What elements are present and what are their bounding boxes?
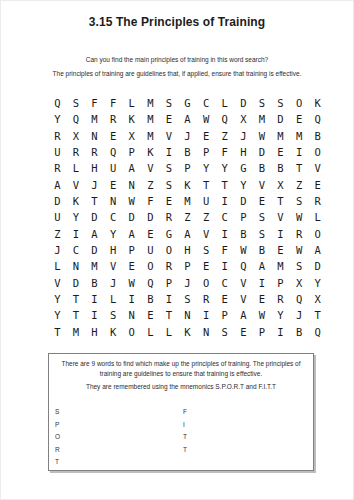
grid-cell-r14c7: T <box>160 307 179 323</box>
grid-cell-r3c10: Z <box>215 128 234 144</box>
grid-cell-r7c14: S <box>290 193 309 209</box>
grid-cell-r12c14: X <box>290 275 309 291</box>
sport-letter-o: O <box>55 431 60 444</box>
grid-cell-r1c13: S <box>271 95 290 111</box>
grid-cell-r9c12: S <box>253 226 272 242</box>
grid-cell-r5c12: B <box>253 160 272 176</box>
grid-cell-r6c12: V <box>253 177 272 193</box>
grid-cell-r10c6: U <box>141 242 160 258</box>
grid-cell-r8c2: Y <box>67 209 86 225</box>
grid-cell-r15c7: L <box>160 324 179 340</box>
grid-cell-r10c13: E <box>271 242 290 258</box>
grid-cell-r11c13: M <box>271 258 290 274</box>
grid-cell-r13c12: E <box>253 291 272 307</box>
grid-cell-r7c3: T <box>85 193 104 209</box>
grid-cell-r15c3: H <box>85 324 104 340</box>
grid-cell-r7c12: E <box>253 193 272 209</box>
grid-cell-r14c13: Y <box>271 307 290 323</box>
grid-cell-r13c11: V <box>234 291 253 307</box>
grid-cell-r8c7: R <box>160 209 179 225</box>
grid-cell-r3c9: E <box>197 128 216 144</box>
grid-cell-r6c11: Y <box>234 177 253 193</box>
grid-cell-r3c13: M <box>271 128 290 144</box>
grid-cell-r8c11: P <box>234 209 253 225</box>
grid-cell-r5c2: L <box>67 160 86 176</box>
grid-cell-r8c14: W <box>290 209 309 225</box>
grid-cell-r14c12: W <box>253 307 272 323</box>
fitt-letter-column: F I T T <box>183 406 187 456</box>
grid-cell-r3c1: R <box>48 128 67 144</box>
grid-cell-r11c8: P <box>178 258 197 274</box>
intro-line-1: Can you find the main principles of trai… <box>1 56 353 63</box>
grid-cell-r7c2: K <box>67 193 86 209</box>
grid-cell-r5c10: Y <box>215 160 234 176</box>
grid-cell-r1c8: G <box>178 95 197 111</box>
grid-cell-r5c7: S <box>160 160 179 176</box>
grid-cell-r1c7: S <box>160 95 179 111</box>
fitt-letter-t2: T <box>183 444 187 457</box>
grid-cell-r4c9: P <box>197 144 216 160</box>
grid-cell-r7c15: R <box>308 193 327 209</box>
grid-cell-r2c11: X <box>234 111 253 127</box>
grid-cell-r12c2: D <box>67 275 86 291</box>
grid-cell-r9c4: Y <box>104 226 123 242</box>
grid-cell-r9c13: I <box>271 226 290 242</box>
mnemonic-line: They are remembered using the mnemonics … <box>57 383 305 390</box>
grid-cell-r4c1: U <box>48 144 67 160</box>
intro-line-2: The principles of training are guideline… <box>1 70 353 77</box>
grid-cell-r15c5: O <box>122 324 141 340</box>
grid-cell-r5c15: V <box>308 160 327 176</box>
grid-cell-r15c8: K <box>178 324 197 340</box>
grid-cell-r3c14: M <box>290 128 309 144</box>
grid-cell-r8c9: Z <box>197 209 216 225</box>
page-title: 3.15 The Principles of Training <box>1 15 353 29</box>
grid-cell-r11c4: V <box>104 258 123 274</box>
grid-cell-r11c15: D <box>308 258 327 274</box>
grid-cell-r6c10: T <box>215 177 234 193</box>
grid-cell-r10c2: C <box>67 242 86 258</box>
grid-cell-r5c4: U <box>104 160 123 176</box>
fitt-letter-f: F <box>183 406 187 419</box>
grid-cell-r10c15: A <box>308 242 327 258</box>
grid-cell-r13c8: S <box>178 291 197 307</box>
grid-cell-r10c10: F <box>215 242 234 258</box>
grid-cell-r1c6: M <box>141 95 160 111</box>
grid-cell-r13c7: I <box>160 291 179 307</box>
grid-cell-r12c5: W <box>122 275 141 291</box>
grid-cell-r5c6: V <box>141 160 160 176</box>
grid-cell-r7c5: W <box>122 193 141 209</box>
grid-cell-r5c14: T <box>290 160 309 176</box>
grid-cell-r1c12: S <box>253 95 272 111</box>
grid-cell-r12c13: P <box>271 275 290 291</box>
grid-cell-r9c5: A <box>122 226 141 242</box>
grid-cell-r10c9: S <box>197 242 216 258</box>
grid-cell-r7c11: D <box>234 193 253 209</box>
grid-cell-r8c15: L <box>308 209 327 225</box>
grid-cell-r4c3: R <box>85 144 104 160</box>
grid-cell-r2c3: M <box>85 111 104 127</box>
grid-cell-r3c4: E <box>104 128 123 144</box>
grid-cell-r13c9: R <box>197 291 216 307</box>
grid-cell-r6c8: K <box>178 177 197 193</box>
grid-cell-r13c14: Q <box>290 291 309 307</box>
grid-cell-r5c9: Y <box>197 160 216 176</box>
grid-cell-r14c9: I <box>197 307 216 323</box>
instructions-paragraph: There are 9 words to find which make up … <box>57 359 305 379</box>
grid-cell-r13c15: X <box>308 291 327 307</box>
grid-cell-r1c11: D <box>234 95 253 111</box>
grid-cell-r8c5: D <box>122 209 141 225</box>
grid-cell-r8c12: S <box>253 209 272 225</box>
grid-cell-r2c10: Q <box>215 111 234 127</box>
grid-cell-r15c4: K <box>104 324 123 340</box>
grid-cell-r12c9: O <box>197 275 216 291</box>
grid-cell-r13c6: B <box>141 291 160 307</box>
grid-cell-r1c14: O <box>290 95 309 111</box>
grid-cell-r7c4: N <box>104 193 123 209</box>
grid-cell-r2c7: E <box>160 111 179 127</box>
grid-cell-r11c5: E <box>122 258 141 274</box>
grid-cell-r12c8: J <box>178 275 197 291</box>
grid-cell-r4c13: E <box>271 144 290 160</box>
grid-cell-r9c6: E <box>141 226 160 242</box>
grid-cell-r13c10: E <box>215 291 234 307</box>
grid-cell-r2c13: D <box>271 111 290 127</box>
grid-cell-r9c10: I <box>215 226 234 242</box>
grid-cell-r6c5: N <box>122 177 141 193</box>
word-search-grid: QSFFLMSGCLDSSOKYQMRKMEAWQXMDEQRXNEXMVJEZ… <box>48 95 327 340</box>
grid-cell-r3c3: N <box>85 128 104 144</box>
grid-cell-r1c4: F <box>104 95 123 111</box>
sport-letter-column: S P O R T <box>55 406 60 469</box>
grid-cell-r4c14: I <box>290 144 309 160</box>
worksheet-page: 3.15 The Principles of Training Can you … <box>0 0 354 500</box>
grid-cell-r10c3: D <box>85 242 104 258</box>
grid-cell-r6c2: V <box>67 177 86 193</box>
grid-cell-r2c15: Q <box>308 111 327 127</box>
grid-cell-r7c6: F <box>141 193 160 209</box>
grid-cell-r11c14: S <box>290 258 309 274</box>
grid-cell-r9c9: V <box>197 226 216 242</box>
grid-cell-r10c4: H <box>104 242 123 258</box>
grid-cell-r5c3: H <box>85 160 104 176</box>
grid-cell-r11c11: Q <box>234 258 253 274</box>
grid-cell-r12c7: P <box>160 275 179 291</box>
grid-cell-r1c3: F <box>85 95 104 111</box>
grid-cell-r2c6: M <box>141 111 160 127</box>
grid-cell-r5c11: G <box>234 160 253 176</box>
grid-cell-r10c8: H <box>178 242 197 258</box>
grid-cell-r15c1: T <box>48 324 67 340</box>
grid-cell-r12c3: B <box>85 275 104 291</box>
grid-cell-r11c9: E <box>197 258 216 274</box>
grid-cell-r10c11: W <box>234 242 253 258</box>
grid-cell-r7c9: U <box>197 193 216 209</box>
fitt-letter-t1: T <box>183 431 187 444</box>
grid-cell-r9c3: A <box>85 226 104 242</box>
grid-cell-r8c13: V <box>271 209 290 225</box>
grid-cell-r8c6: D <box>141 209 160 225</box>
grid-cell-r15c10: S <box>215 324 234 340</box>
grid-cell-r14c3: I <box>85 307 104 323</box>
grid-cell-r6c14: Z <box>290 177 309 193</box>
grid-cell-r9c15: O <box>308 226 327 242</box>
grid-cell-r1c5: L <box>122 95 141 111</box>
grid-cell-r1c2: S <box>67 95 86 111</box>
sport-letter-r: R <box>55 444 60 457</box>
grid-cell-r14c14: J <box>290 307 309 323</box>
grid-cell-r10c7: O <box>160 242 179 258</box>
grid-cell-r1c10: L <box>215 95 234 111</box>
grid-cell-r3c8: J <box>178 128 197 144</box>
grid-cell-r2c12: M <box>253 111 272 127</box>
grid-cell-r9c11: B <box>234 226 253 242</box>
grid-cell-r3c6: M <box>141 128 160 144</box>
grid-cell-r3c2: X <box>67 128 86 144</box>
grid-cell-r3c15: B <box>308 128 327 144</box>
grid-cell-r14c11: A <box>234 307 253 323</box>
grid-cell-r14c6: E <box>141 307 160 323</box>
grid-cell-r2c8: A <box>178 111 197 127</box>
grid-cell-r2c4: R <box>104 111 123 127</box>
grid-cell-r4c12: D <box>253 144 272 160</box>
grid-cell-r14c2: T <box>67 307 86 323</box>
grid-cell-r6c13: X <box>271 177 290 193</box>
grid-cell-r4c10: F <box>215 144 234 160</box>
grid-cell-r15c12: P <box>253 324 272 340</box>
grid-cell-r5c13: B <box>271 160 290 176</box>
grid-cell-r10c5: P <box>122 242 141 258</box>
sport-letter-s: S <box>55 406 60 419</box>
grid-cell-r12c15: Y <box>308 275 327 291</box>
grid-cell-r3c12: W <box>253 128 272 144</box>
grid-cell-r4c5: P <box>122 144 141 160</box>
grid-cell-r9c1: Z <box>48 226 67 242</box>
grid-cell-r4c8: B <box>178 144 197 160</box>
grid-cell-r14c4: S <box>104 307 123 323</box>
grid-cell-r13c2: T <box>67 291 86 307</box>
grid-cell-r15c14: B <box>290 324 309 340</box>
grid-cell-r3c11: J <box>234 128 253 144</box>
grid-cell-r4c6: K <box>141 144 160 160</box>
grid-cell-r14c8: N <box>178 307 197 323</box>
grid-cell-r9c8: A <box>178 226 197 242</box>
grid-cell-r13c4: L <box>104 291 123 307</box>
sport-letter-p: P <box>55 419 60 432</box>
grid-cell-r11c2: N <box>67 258 86 274</box>
grid-cell-r3c5: X <box>122 128 141 144</box>
grid-cell-r4c15: O <box>308 144 327 160</box>
grid-cell-r12c10: C <box>215 275 234 291</box>
grid-cell-r13c5: I <box>122 291 141 307</box>
grid-cell-r6c9: T <box>197 177 216 193</box>
grid-cell-r14c15: T <box>308 307 327 323</box>
grid-cell-r14c5: N <box>122 307 141 323</box>
grid-cell-r2c1: Y <box>48 111 67 127</box>
grid-cell-r9c14: R <box>290 226 309 242</box>
grid-cell-r3c7: V <box>160 128 179 144</box>
grid-cell-r5c8: P <box>178 160 197 176</box>
grid-cell-r11c10: I <box>215 258 234 274</box>
grid-cell-r5c5: A <box>122 160 141 176</box>
grid-cell-r8c1: U <box>48 209 67 225</box>
grid-cell-r7c1: D <box>48 193 67 209</box>
grid-cell-r10c12: B <box>253 242 272 258</box>
fitt-letter-i: I <box>183 419 187 432</box>
grid-cell-r8c4: C <box>104 209 123 225</box>
grid-cell-r6c7: S <box>160 177 179 193</box>
grid-cell-r5c1: R <box>48 160 67 176</box>
grid-cell-r12c12: I <box>253 275 272 291</box>
grid-cell-r7c13: T <box>271 193 290 209</box>
grid-cell-r15c9: N <box>197 324 216 340</box>
grid-cell-r6c1: A <box>48 177 67 193</box>
grid-cell-r7c7: E <box>160 193 179 209</box>
grid-cell-r15c13: I <box>271 324 290 340</box>
grid-cell-r4c4: Q <box>104 144 123 160</box>
grid-cell-r13c13: R <box>271 291 290 307</box>
grid-cell-r6c3: J <box>85 177 104 193</box>
grid-cell-r13c3: I <box>85 291 104 307</box>
grid-cell-r2c9: W <box>197 111 216 127</box>
grid-cell-r6c4: E <box>104 177 123 193</box>
grid-cell-r11c3: M <box>85 258 104 274</box>
grid-cell-r8c10: C <box>215 209 234 225</box>
grid-cell-r10c14: W <box>290 242 309 258</box>
grid-cell-r9c7: G <box>160 226 179 242</box>
grid-cell-r11c1: L <box>48 258 67 274</box>
grid-cell-r12c6: Q <box>141 275 160 291</box>
grid-cell-r9c2: I <box>67 226 86 242</box>
grid-cell-r2c5: K <box>122 111 141 127</box>
grid-cell-r6c15: E <box>308 177 327 193</box>
sport-letter-t: T <box>55 456 60 469</box>
grid-cell-r8c3: D <box>85 209 104 225</box>
grid-cell-r15c15: Q <box>308 324 327 340</box>
instructions-box: There are 9 words to find which make up … <box>48 353 314 471</box>
grid-cell-r1c15: K <box>308 95 327 111</box>
grid-cell-r15c11: E <box>234 324 253 340</box>
grid-cell-r7c8: M <box>178 193 197 209</box>
grid-cell-r13c1: Y <box>48 291 67 307</box>
grid-cell-r10c1: J <box>48 242 67 258</box>
grid-cell-r11c7: R <box>160 258 179 274</box>
grid-cell-r8c8: Z <box>178 209 197 225</box>
grid-cell-r4c11: H <box>234 144 253 160</box>
grid-cell-r14c1: Y <box>48 307 67 323</box>
grid-cell-r11c12: A <box>253 258 272 274</box>
grid-cell-r2c14: E <box>290 111 309 127</box>
grid-cell-r14c10: P <box>215 307 234 323</box>
grid-cell-r12c1: V <box>48 275 67 291</box>
grid-cell-r15c2: M <box>67 324 86 340</box>
grid-cell-r2c2: Q <box>67 111 86 127</box>
grid-cell-r4c2: R <box>67 144 86 160</box>
grid-cell-r12c4: J <box>104 275 123 291</box>
grid-cell-r11c6: O <box>141 258 160 274</box>
grid-cell-r15c6: L <box>141 324 160 340</box>
grid-cell-r7c10: I <box>215 193 234 209</box>
grid-cell-r4c7: I <box>160 144 179 160</box>
grid-cell-r12c11: V <box>234 275 253 291</box>
grid-cell-r1c1: Q <box>48 95 67 111</box>
grid-cell-r1c9: C <box>197 95 216 111</box>
grid-cell-r6c6: Z <box>141 177 160 193</box>
